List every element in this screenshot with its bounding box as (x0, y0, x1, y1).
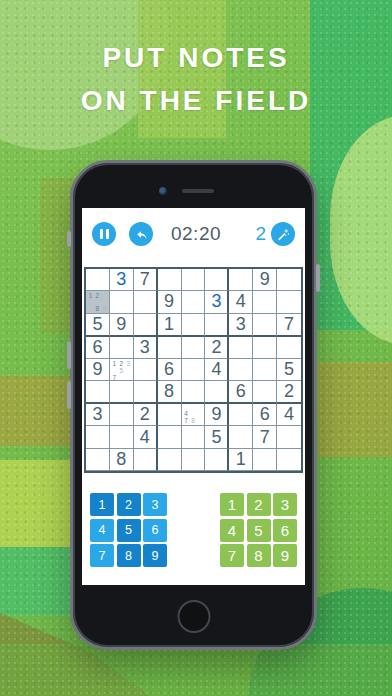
sudoku-cell-r5c8[interactable] (253, 359, 277, 381)
sudoku-cell-r9c1[interactable] (86, 449, 110, 471)
cell-digit: 9 (164, 291, 174, 312)
cell-digit: 7 (284, 314, 294, 335)
cell-digit: 2 (284, 381, 294, 402)
app-screen: 02:20 2 37912899345913763291235764586232… (82, 208, 305, 585)
sudoku-cell-r1c4[interactable] (158, 269, 182, 291)
sudoku-cell-r8c5[interactable] (182, 426, 206, 448)
cell-digit: 3 (236, 314, 246, 335)
sudoku-cell-r5c1[interactable]: 9 (86, 359, 110, 381)
blue-pad-button-5[interactable]: 5 (117, 519, 141, 542)
sudoku-cell-r3c3[interactable] (134, 314, 158, 337)
speaker-grill (182, 189, 214, 193)
sudoku-cell-r8c9[interactable] (277, 426, 301, 448)
cell-digit: 3 (116, 269, 126, 290)
sudoku-cell-r5c5[interactable] (182, 359, 206, 381)
title-line-1: PUT NOTES (0, 36, 392, 79)
green-pad-button-9[interactable]: 9 (273, 544, 297, 567)
mute-switch (67, 231, 71, 247)
sudoku-cell-r4c9[interactable] (277, 337, 301, 359)
sudoku-cell-r9c7[interactable]: 1 (229, 449, 253, 471)
sudoku-cell-r8c7[interactable] (229, 426, 253, 448)
green-pad-button-1[interactable]: 1 (220, 493, 244, 516)
page-title: PUT NOTES ON THE FIELD (0, 36, 392, 122)
cell-digit: 2 (211, 337, 221, 358)
cell-digit: 6 (164, 359, 174, 380)
cell-digit: 4 (140, 427, 150, 448)
cell-digit: 9 (260, 269, 270, 290)
sudoku-cell-r9c5[interactable] (182, 449, 206, 471)
sudoku-cell-r2c7[interactable]: 4 (229, 291, 253, 313)
sudoku-cell-r1c9[interactable] (277, 269, 301, 291)
sudoku-cell-r2c4[interactable]: 9 (158, 291, 182, 313)
green-pad-button-7[interactable]: 7 (220, 544, 244, 567)
cell-digit: 5 (92, 314, 102, 335)
cell-digit: 6 (92, 337, 102, 358)
cell-digit: 2 (140, 404, 150, 425)
sudoku-cell-r4c4[interactable] (158, 337, 182, 359)
sudoku-cell-r1c6[interactable] (205, 269, 229, 291)
sudoku-cell-r7c2[interactable] (110, 404, 134, 426)
pause-button[interactable] (92, 222, 116, 246)
sudoku-cell-r7c6[interactable]: 9 (205, 404, 229, 426)
sudoku-cell-r3c9[interactable]: 7 (277, 314, 301, 337)
cell-digit: 9 (116, 314, 126, 335)
sudoku-cell-r6c9[interactable]: 2 (277, 381, 301, 404)
cell-digit: 9 (92, 359, 102, 380)
cell-digit: 3 (140, 337, 150, 358)
sudoku-cell-r2c5[interactable] (182, 291, 206, 313)
title-line-2: ON THE FIELD (0, 79, 392, 122)
cell-digit: 1 (236, 449, 246, 470)
sudoku-cell-r1c8[interactable]: 9 (253, 269, 277, 291)
sudoku-cell-r3c2[interactable]: 9 (110, 314, 134, 337)
sudoku-cell-r3c7[interactable]: 3 (229, 314, 253, 337)
cell-digit: 6 (260, 404, 270, 425)
blue-pad-button-2[interactable]: 2 (117, 493, 141, 516)
cell-digit: 4 (284, 404, 294, 425)
sudoku-cell-r6c8[interactable] (253, 381, 277, 404)
sudoku-cell-r8c3[interactable]: 4 (134, 426, 158, 448)
green-pad-button-6[interactable]: 6 (273, 519, 297, 542)
sudoku-cell-r7c9[interactable]: 4 (277, 404, 301, 426)
sudoku-cell-r3c1[interactable]: 5 (86, 314, 110, 337)
magic-wand-icon (277, 228, 290, 241)
phone-frame: 02:20 2 37912899345913763291235764586232… (70, 160, 317, 650)
sudoku-cell-r1c5[interactable] (182, 269, 206, 291)
sudoku-cell-r8c4[interactable] (158, 426, 182, 448)
sudoku-cell-r2c3[interactable] (134, 291, 158, 313)
hint-count: 2 (255, 223, 266, 245)
sudoku-cell-r9c3[interactable] (134, 449, 158, 471)
sudoku-cell-r3c6[interactable] (205, 314, 229, 337)
blue-numpad: 123456789 (90, 493, 167, 567)
blue-pad-button-8[interactable]: 8 (117, 544, 141, 567)
volume-down-button (67, 381, 71, 409)
sudoku-cell-r2c2[interactable] (110, 291, 134, 313)
sudoku-cell-r1c7[interactable] (229, 269, 253, 291)
sudoku-cell-r7c7[interactable] (229, 404, 253, 426)
cell-notes: 478 (183, 405, 204, 424)
sudoku-cell-r2c8[interactable] (253, 291, 277, 313)
sudoku-cell-r3c8[interactable] (253, 314, 277, 337)
sudoku-cell-r7c8[interactable]: 6 (253, 404, 277, 426)
sudoku-cell-r9c8[interactable] (253, 449, 277, 471)
pause-icon (100, 229, 109, 239)
sudoku-cell-r5c6[interactable]: 4 (205, 359, 229, 381)
sudoku-grid: 3791289934591376329123576458623247896445… (84, 267, 303, 473)
sudoku-cell-r5c3[interactable] (134, 359, 158, 381)
green-pad-button-3[interactable]: 3 (273, 493, 297, 516)
sudoku-cell-r5c7[interactable] (229, 359, 253, 381)
sudoku-cell-r4c2[interactable] (110, 337, 134, 359)
blue-pad-button-4[interactable]: 4 (90, 519, 114, 542)
undo-button[interactable] (129, 222, 153, 246)
sudoku-cell-r6c3[interactable] (134, 381, 158, 404)
sudoku-cell-r6c7[interactable]: 6 (229, 381, 253, 404)
cell-digit: 7 (140, 269, 150, 290)
sudoku-cell-r2c9[interactable] (277, 291, 301, 313)
cell-digit: 4 (211, 359, 221, 380)
sudoku-cell-r6c1[interactable] (86, 381, 110, 404)
sudoku-cell-r7c3[interactable]: 2 (134, 404, 158, 426)
cell-digit: 5 (284, 359, 294, 380)
home-button[interactable] (177, 600, 210, 633)
front-camera-icon (159, 187, 167, 195)
sudoku-cell-r5c9[interactable]: 5 (277, 359, 301, 381)
sudoku-cell-r4c7[interactable] (229, 337, 253, 359)
number-pads: 123456789 123456789 (90, 493, 297, 567)
green-pad-button-4[interactable]: 4 (220, 519, 244, 542)
sudoku-cell-r6c6[interactable] (205, 381, 229, 404)
sudoku-cell-r8c1[interactable] (86, 426, 110, 448)
sudoku-cell-r7c1[interactable]: 3 (86, 404, 110, 426)
green-pad-button-2[interactable]: 2 (247, 493, 271, 516)
sudoku-cell-r9c6[interactable] (205, 449, 229, 471)
power-button (316, 264, 320, 292)
green-pad-button-8[interactable]: 8 (247, 544, 271, 567)
cell-digit: 3 (211, 291, 221, 312)
sudoku-cell-r2c1[interactable]: 1289 (86, 291, 110, 313)
sudoku-cell-r3c4[interactable]: 1 (158, 314, 182, 337)
sudoku-cell-r1c3[interactable]: 7 (134, 269, 158, 291)
sudoku-cell-r3c5[interactable] (182, 314, 206, 337)
cell-notes: 1289 (87, 292, 108, 311)
toolbar: 02:20 2 (92, 221, 295, 247)
cell-digit: 9 (211, 404, 221, 425)
sudoku-cell-r6c4[interactable]: 8 (158, 381, 182, 404)
sudoku-cell-r8c2[interactable] (110, 426, 134, 448)
blue-pad-button-7[interactable]: 7 (90, 544, 114, 567)
cell-digit: 1 (164, 314, 174, 335)
hint-button[interactable] (271, 222, 295, 246)
volume-up-button (67, 341, 71, 369)
sudoku-cell-r4c6[interactable]: 2 (205, 337, 229, 359)
cell-digit: 8 (164, 381, 174, 402)
cell-digit: 7 (260, 427, 270, 448)
cell-notes: 12357 (111, 360, 132, 379)
cell-digit: 6 (236, 381, 246, 402)
sudoku-cell-r6c5[interactable] (182, 381, 206, 404)
sudoku-cell-r5c4[interactable]: 6 (158, 359, 182, 381)
sudoku-cell-r9c2[interactable]: 8 (110, 449, 134, 471)
sudoku-cell-r9c9[interactable] (277, 449, 301, 471)
blue-pad-button-1[interactable]: 1 (90, 493, 114, 516)
cell-digit: 4 (236, 291, 246, 312)
green-pad-button-5[interactable]: 5 (247, 519, 271, 542)
blue-pad-button-6[interactable]: 6 (143, 519, 167, 542)
timer-label: 02:20 (169, 223, 223, 245)
cell-digit: 3 (92, 404, 102, 425)
sudoku-cell-r5c2[interactable]: 12357 (110, 359, 134, 381)
sudoku-cell-r1c1[interactable] (86, 269, 110, 291)
sudoku-cell-r6c2[interactable] (110, 381, 134, 404)
sudoku-cell-r9c4[interactable] (158, 449, 182, 471)
sudoku-cell-r7c5[interactable]: 478 (182, 404, 206, 426)
sudoku-cell-r4c5[interactable] (182, 337, 206, 359)
sudoku-cell-r1c2[interactable]: 3 (110, 269, 134, 291)
sudoku-cell-r4c1[interactable]: 6 (86, 337, 110, 359)
undo-arrow-icon (135, 228, 148, 241)
sudoku-cell-r4c3[interactable]: 3 (134, 337, 158, 359)
sudoku-cell-r8c8[interactable]: 7 (253, 426, 277, 448)
sudoku-cell-r8c6[interactable]: 5 (205, 426, 229, 448)
cell-digit: 5 (211, 427, 221, 448)
green-numpad: 123456789 (220, 493, 297, 567)
sudoku-cell-r7c4[interactable] (158, 404, 182, 426)
cell-digit: 8 (116, 449, 126, 470)
blue-pad-button-9[interactable]: 9 (143, 544, 167, 567)
blue-pad-button-3[interactable]: 3 (143, 493, 167, 516)
sudoku-cell-r2c6[interactable]: 3 (205, 291, 229, 313)
sudoku-cell-r4c8[interactable] (253, 337, 277, 359)
